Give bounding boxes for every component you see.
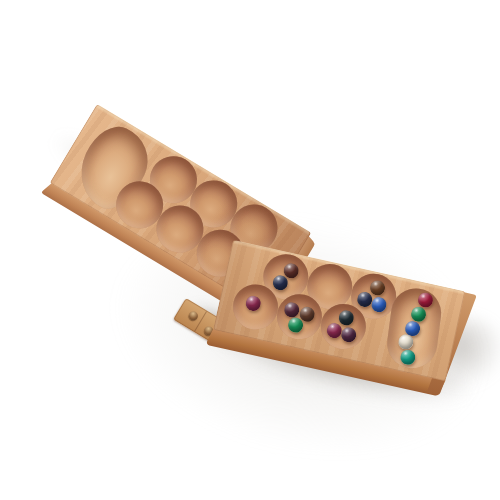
hinge-rivet (187, 310, 199, 322)
glass-bead-teal (399, 348, 416, 365)
glass-bead-wine (244, 294, 262, 312)
glass-bead-crimson (417, 291, 434, 308)
glass-bead-inkdark (337, 309, 355, 327)
glass-bead-emerald (410, 305, 427, 322)
glass-bead-plum (340, 326, 358, 344)
glass-bead-royal (370, 296, 388, 314)
base-half-board (209, 240, 483, 405)
mancala-board-photo (0, 0, 500, 500)
glass-bead-amber (369, 279, 387, 297)
glass-bead-darkgarnet (283, 301, 301, 319)
